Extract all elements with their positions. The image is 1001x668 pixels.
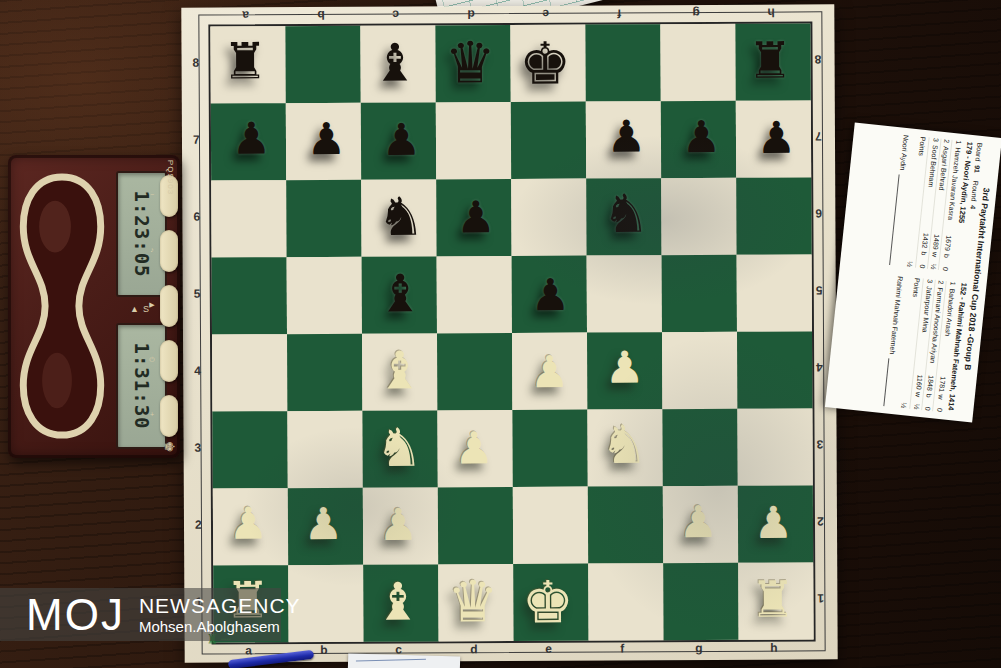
round-number: 4 — [969, 205, 976, 210]
file-label-top-f: f — [617, 6, 621, 20]
square-e2[interactable] — [513, 487, 588, 564]
square-a7[interactable]: ♟ — [211, 103, 286, 180]
file-label-top-d: d — [467, 7, 474, 21]
rank-label-left-4: 4 — [194, 363, 201, 377]
clock-plus-button[interactable] — [160, 395, 178, 437]
piece-white-knight-f3[interactable]: ♞ — [600, 417, 648, 470]
square-a6[interactable] — [211, 180, 286, 257]
chess-board-mat: ♜♝♛♚♜♟♟♟♟♟♟♞♟♞♝♟♝♟♟♞♟♞♟♟♟♟♟♜♝♛♚♜ 8877665… — [181, 4, 837, 662]
square-g7[interactable]: ♟ — [661, 101, 736, 178]
rank-label-right-3: 3 — [817, 437, 824, 451]
square-h8[interactable]: ♜ — [735, 23, 810, 100]
rank-label-right-7: 7 — [815, 129, 822, 143]
piece-black-bishop-c5[interactable]: ♝ — [377, 267, 424, 319]
piece-white-queen-d1[interactable]: ♛ — [447, 573, 498, 630]
rank-label-right-8: 8 — [815, 52, 822, 66]
round-label: Round — [970, 181, 979, 202]
piece-white-king-e1[interactable]: ♚ — [522, 573, 574, 631]
opponent-rs: 0 — [939, 260, 950, 271]
piece-white-pawn-f4[interactable]: ♟ — [605, 345, 645, 389]
rank-label-right-1: 1 — [817, 591, 824, 605]
agency-logo: MOJ — [26, 590, 125, 640]
square-f6[interactable]: ♞ — [586, 178, 661, 255]
square-h5[interactable] — [737, 254, 812, 331]
square-c1[interactable]: ♝ — [363, 564, 438, 641]
piece-black-rook-a8[interactable]: ♜ — [223, 36, 268, 86]
piece-white-bishop-c4[interactable]: ♝ — [376, 344, 423, 396]
signature-left: Noori Aydin — [899, 135, 910, 171]
digital-chess-clock: 1:23:05 ▲ S 1:31:30 −♪▶⏻+ PQ9903 ♚ — [8, 155, 180, 458]
file-label-top-a: a — [242, 8, 249, 22]
square-g5[interactable] — [662, 255, 737, 332]
square-f1[interactable] — [588, 563, 663, 640]
square-h6[interactable] — [736, 177, 811, 254]
square-a8[interactable]: ♜ — [210, 26, 285, 103]
square-b4[interactable] — [287, 334, 362, 411]
rank-label-right-5: 5 — [816, 283, 823, 297]
clock-time-top: 1:23:05 — [131, 190, 153, 277]
piece-black-pawn-h7[interactable]: ♟ — [757, 115, 797, 159]
turn-arrow-icon: ▲ — [130, 304, 139, 314]
rank-label-left-6: 6 — [193, 209, 200, 223]
square-a2[interactable]: ♟ — [213, 488, 288, 565]
file-label-bottom-h: h — [770, 641, 777, 655]
square-g2[interactable]: ♟ — [663, 486, 738, 563]
square-a3[interactable] — [212, 411, 287, 488]
square-f8[interactable] — [585, 24, 660, 101]
opponent-rs: 0 — [922, 400, 933, 411]
board-label: Board — [974, 142, 983, 161]
piece-black-pawn-b7[interactable]: ♟ — [307, 117, 347, 161]
piece-white-pawn-e4[interactable]: ♟ — [530, 349, 570, 393]
points-value-right: ½ — [899, 402, 911, 409]
square-f5[interactable] — [587, 255, 662, 332]
opponent-rs: ½ — [928, 259, 939, 270]
opponent-rs: 0 — [916, 258, 927, 269]
square-b3[interactable] — [287, 411, 362, 488]
square-d5[interactable] — [437, 256, 512, 333]
square-c5[interactable]: ♝ — [362, 256, 437, 333]
rank-label-left-5: 5 — [194, 286, 201, 300]
clock-minus-button-label: − — [146, 191, 158, 198]
piece-white-pawn-b2[interactable]: ♟ — [304, 502, 344, 546]
square-a4[interactable] — [212, 334, 287, 411]
piece-white-pawn-a2[interactable]: ♟ — [229, 501, 269, 545]
points-value-left: ½ — [904, 261, 916, 268]
square-f2[interactable] — [588, 486, 663, 563]
square-b8[interactable] — [285, 26, 360, 103]
square-f7[interactable]: ♟ — [586, 101, 661, 178]
square-d3[interactable]: ♟ — [437, 410, 512, 487]
opponent-rt: 1781 — [936, 366, 949, 393]
clock-power-button[interactable] — [160, 340, 178, 382]
piece-white-pawn-g2[interactable]: ♟ — [679, 500, 719, 544]
square-e1[interactable]: ♚ — [513, 564, 588, 641]
square-e8[interactable]: ♚ — [510, 25, 585, 102]
piece-black-bishop-c8[interactable]: ♝ — [372, 36, 419, 88]
file-label-top-h: h — [767, 6, 774, 20]
rank-label-left-2: 2 — [195, 517, 202, 531]
pairing-card-right-column: 152 - Rahimi Mahnah Fatemeh, 1414 1Bahad… — [875, 275, 969, 414]
clock-play-pause-button[interactable] — [160, 285, 178, 327]
opponent-rs: ½ — [911, 399, 922, 410]
file-label-top-g: g — [692, 6, 699, 20]
square-e7[interactable] — [511, 102, 586, 179]
agency-name: NEWSAGENCY — [139, 594, 301, 618]
square-h2[interactable]: ♟ — [738, 485, 813, 562]
square-d4[interactable] — [437, 333, 512, 410]
piece-white-rook-h1[interactable]: ♜ — [750, 574, 795, 624]
file-label-bottom-b: b — [320, 643, 327, 657]
clock-play-pause-button-label: ▶ — [146, 301, 158, 309]
piece-white-pawn-h2[interactable]: ♟ — [754, 500, 794, 544]
file-label-top-e: e — [542, 7, 549, 21]
piece-white-bishop-c1[interactable]: ♝ — [374, 575, 421, 627]
piece-white-knight-c3[interactable]: ♞ — [375, 420, 423, 473]
clock-power-button-label: ⏻ — [146, 356, 158, 364]
square-h4[interactable] — [737, 331, 812, 408]
chess-board: ♜♝♛♚♜♟♟♟♟♟♟♞♟♞♝♟♝♟♟♞♟♞♟♟♟♟♟♜♝♛♚♜ — [208, 21, 815, 644]
news-agency-watermark: MOJ NEWSAGENCY Mohsen.Abolghasem — [0, 588, 281, 641]
photo-stage: ♜♝♛♚♜♟♟♟♟♟♟♞♟♞♝♟♝♟♟♞♟♞♟♟♟♟♟♜♝♛♚♜ 8877665… — [0, 0, 1001, 668]
square-c2[interactable]: ♟ — [363, 487, 438, 564]
square-g8[interactable] — [660, 24, 735, 101]
signature-line — [884, 358, 898, 407]
square-g4[interactable] — [662, 332, 737, 409]
piece-white-pawn-d3[interactable]: ♟ — [454, 426, 494, 470]
rank-label-left-3: 3 — [195, 440, 202, 454]
clock-plus-button-label: + — [146, 411, 158, 418]
square-g3[interactable] — [662, 409, 737, 486]
photographer-credit: Mohsen.Abolghasem — [139, 618, 301, 635]
square-g6[interactable] — [661, 178, 736, 255]
square-d7[interactable] — [436, 102, 511, 179]
square-e3[interactable] — [512, 410, 587, 487]
piece-black-pawn-f7[interactable]: ♟ — [607, 114, 647, 158]
square-c4[interactable]: ♝ — [362, 333, 437, 410]
file-label-bottom-g: g — [695, 641, 702, 655]
rank-label-right-6: 6 — [815, 206, 822, 220]
square-d8[interactable]: ♛ — [435, 25, 510, 102]
note-paper — [348, 654, 460, 668]
clock-model-label: PQ9903 — [166, 160, 175, 195]
square-d6[interactable]: ♟ — [436, 179, 511, 256]
piece-black-rook-h8[interactable]: ♜ — [748, 35, 793, 85]
square-d2[interactable] — [438, 487, 513, 564]
file-label-bottom-f: f — [620, 641, 624, 655]
square-b6[interactable] — [286, 180, 361, 257]
clock-rocker-lever[interactable] — [16, 167, 108, 445]
clock-sound-button[interactable] — [160, 230, 178, 272]
piece-white-pawn-c2[interactable]: ♟ — [379, 502, 419, 546]
square-b7[interactable]: ♟ — [286, 103, 361, 180]
pairing-card-left-column: Board 91 Round 4 179 - Noori Aydin, 1255… — [889, 135, 983, 274]
square-b2[interactable]: ♟ — [288, 488, 363, 565]
file-label-bottom-e: e — [545, 642, 552, 656]
square-a5[interactable] — [212, 257, 287, 334]
square-h1[interactable]: ♜ — [738, 562, 813, 639]
square-h7[interactable]: ♟ — [736, 100, 811, 177]
square-c3[interactable]: ♞ — [362, 410, 437, 487]
square-g1[interactable] — [663, 563, 738, 640]
square-c8[interactable]: ♝ — [360, 25, 435, 102]
piece-black-king-e8[interactable]: ♚ — [519, 34, 571, 92]
square-b5[interactable] — [287, 257, 362, 334]
square-h3[interactable] — [737, 408, 812, 485]
square-f3[interactable]: ♞ — [587, 409, 662, 486]
square-c7[interactable]: ♟ — [361, 102, 436, 179]
opponent-rt: 1679 — [941, 224, 954, 251]
square-e6[interactable] — [511, 179, 586, 256]
piece-black-pawn-g7[interactable]: ♟ — [682, 115, 722, 159]
piece-black-pawn-a7[interactable]: ♟ — [232, 116, 272, 160]
rank-label-right-2: 2 — [817, 514, 824, 528]
piece-black-knight-c6[interactable]: ♞ — [377, 189, 425, 242]
square-e4[interactable]: ♟ — [512, 333, 587, 410]
file-label-top-c: c — [392, 8, 399, 22]
rank-label-right-4: 4 — [816, 360, 823, 374]
file-label-bottom-a: a — [245, 643, 252, 657]
piece-black-pawn-c7[interactable]: ♟ — [382, 117, 422, 161]
piece-black-knight-f6[interactable]: ♞ — [602, 186, 650, 239]
rank-label-left-8: 8 — [193, 55, 200, 69]
clock-brand-crown-icon: ♚ — [163, 441, 178, 453]
rank-label-left-7: 7 — [193, 132, 200, 146]
square-c6[interactable]: ♞ — [361, 179, 436, 256]
signature-right: Rahimi Mahnah Fatemeh — [889, 276, 904, 355]
file-label-bottom-d: d — [470, 642, 477, 656]
piece-black-pawn-e5[interactable]: ♟ — [530, 272, 570, 316]
clock-sound-button-label: ♪ — [146, 246, 158, 253]
piece-black-pawn-d6[interactable]: ♟ — [456, 195, 496, 239]
board-number: 91 — [973, 165, 981, 173]
pairing-card: 3rd Paytakht International Cup 2018 -Gro… — [825, 123, 1001, 423]
file-label-top-b: b — [317, 8, 324, 22]
piece-black-queen-d8[interactable]: ♛ — [444, 34, 495, 91]
opponent-rs: 0 — [934, 401, 945, 412]
square-e5[interactable]: ♟ — [512, 256, 587, 333]
square-f4[interactable]: ♟ — [587, 332, 662, 409]
square-d1[interactable]: ♛ — [438, 564, 513, 641]
